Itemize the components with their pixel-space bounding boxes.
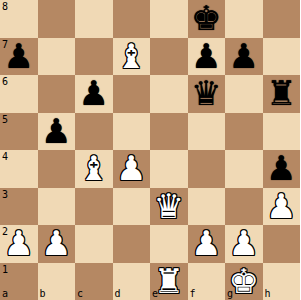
- square-g4[interactable]: [225, 150, 263, 188]
- square-d7[interactable]: ♝: [113, 38, 151, 76]
- square-b2[interactable]: ♟: [38, 225, 76, 263]
- square-d3[interactable]: [113, 188, 151, 226]
- square-b6[interactable]: [38, 75, 76, 113]
- square-g5[interactable]: [225, 113, 263, 151]
- square-c7[interactable]: [75, 38, 113, 76]
- rank-label-4: 4: [2, 152, 8, 162]
- square-d2[interactable]: [113, 225, 151, 263]
- file-label-g: g: [227, 289, 233, 299]
- file-label-d: d: [115, 289, 121, 299]
- rank-label-5: 5: [2, 115, 8, 125]
- file-label-f: f: [190, 289, 196, 299]
- square-b5[interactable]: ♟: [38, 113, 76, 151]
- file-label-a: a: [2, 289, 8, 299]
- square-a4[interactable]: 4: [0, 150, 38, 188]
- square-e3[interactable]: ♛: [150, 188, 188, 226]
- square-a2[interactable]: ♟2: [0, 225, 38, 263]
- square-a6[interactable]: 6: [0, 75, 38, 113]
- rank-label-8: 8: [2, 2, 8, 12]
- piece-black-pawn[interactable]: ♟: [266, 150, 296, 188]
- piece-black-pawn[interactable]: ♟: [79, 75, 109, 113]
- piece-white-pawn[interactable]: ♟: [191, 225, 221, 263]
- square-a1[interactable]: 1a: [0, 263, 38, 300]
- square-d4[interactable]: ♟: [113, 150, 151, 188]
- piece-white-pawn[interactable]: ♟: [266, 188, 296, 226]
- square-g2[interactable]: ♟: [225, 225, 263, 263]
- chess-board: 8♚♟7♝♟♟6♟♛♜5♟4♝♟♟3♛♟♟2♟♟♟1abcd♜ef♚gh: [0, 0, 300, 300]
- square-h7[interactable]: [263, 38, 301, 76]
- file-label-e: e: [152, 289, 158, 299]
- piece-black-pawn[interactable]: ♟: [41, 113, 71, 151]
- piece-white-pawn[interactable]: ♟: [4, 225, 34, 263]
- piece-black-rook[interactable]: ♜: [266, 75, 296, 113]
- square-a8[interactable]: 8: [0, 0, 38, 38]
- square-h8[interactable]: [263, 0, 301, 38]
- square-h5[interactable]: [263, 113, 301, 151]
- square-h6[interactable]: ♜: [263, 75, 301, 113]
- square-c2[interactable]: [75, 225, 113, 263]
- piece-black-king[interactable]: ♚: [191, 0, 221, 38]
- square-f5[interactable]: [188, 113, 226, 151]
- square-f3[interactable]: [188, 188, 226, 226]
- square-c5[interactable]: [75, 113, 113, 151]
- square-h2[interactable]: [263, 225, 301, 263]
- square-b8[interactable]: [38, 0, 76, 38]
- square-g8[interactable]: [225, 0, 263, 38]
- square-g7[interactable]: ♟: [225, 38, 263, 76]
- square-b1[interactable]: b: [38, 263, 76, 300]
- square-f1[interactable]: f: [188, 263, 226, 300]
- square-a7[interactable]: ♟7: [0, 38, 38, 76]
- square-c3[interactable]: [75, 188, 113, 226]
- piece-black-pawn[interactable]: ♟: [4, 38, 34, 76]
- piece-white-king[interactable]: ♚: [229, 263, 259, 300]
- square-f8[interactable]: ♚: [188, 0, 226, 38]
- rank-label-7: 7: [2, 40, 8, 50]
- square-e5[interactable]: [150, 113, 188, 151]
- square-d1[interactable]: d: [113, 263, 151, 300]
- square-d5[interactable]: [113, 113, 151, 151]
- square-g3[interactable]: [225, 188, 263, 226]
- square-c1[interactable]: c: [75, 263, 113, 300]
- rank-label-3: 3: [2, 190, 8, 200]
- piece-white-pawn[interactable]: ♟: [229, 225, 259, 263]
- square-f4[interactable]: [188, 150, 226, 188]
- square-b7[interactable]: [38, 38, 76, 76]
- square-f2[interactable]: ♟: [188, 225, 226, 263]
- square-f7[interactable]: ♟: [188, 38, 226, 76]
- square-e2[interactable]: [150, 225, 188, 263]
- piece-white-pawn[interactable]: ♟: [41, 225, 71, 263]
- file-label-c: c: [77, 289, 83, 299]
- piece-white-queen[interactable]: ♛: [154, 188, 184, 226]
- square-c8[interactable]: [75, 0, 113, 38]
- square-e1[interactable]: ♜e: [150, 263, 188, 300]
- square-e6[interactable]: [150, 75, 188, 113]
- file-label-b: b: [40, 289, 46, 299]
- square-b3[interactable]: [38, 188, 76, 226]
- square-d6[interactable]: [113, 75, 151, 113]
- square-a3[interactable]: 3: [0, 188, 38, 226]
- square-c6[interactable]: ♟: [75, 75, 113, 113]
- file-label-h: h: [265, 289, 271, 299]
- piece-black-pawn[interactable]: ♟: [191, 38, 221, 76]
- square-h1[interactable]: h: [263, 263, 301, 300]
- piece-black-pawn[interactable]: ♟: [229, 38, 259, 76]
- square-a5[interactable]: 5: [0, 113, 38, 151]
- piece-white-pawn[interactable]: ♟: [116, 150, 146, 188]
- rank-label-2: 2: [2, 227, 8, 237]
- square-d8[interactable]: [113, 0, 151, 38]
- square-e8[interactable]: [150, 0, 188, 38]
- piece-black-queen[interactable]: ♛: [191, 75, 221, 113]
- rank-label-1: 1: [2, 265, 8, 275]
- square-e7[interactable]: [150, 38, 188, 76]
- square-h4[interactable]: ♟: [263, 150, 301, 188]
- square-f6[interactable]: ♛: [188, 75, 226, 113]
- square-e4[interactable]: [150, 150, 188, 188]
- rank-label-6: 6: [2, 77, 8, 87]
- square-g1[interactable]: ♚g: [225, 263, 263, 300]
- square-g6[interactable]: [225, 75, 263, 113]
- piece-white-bishop[interactable]: ♝: [79, 150, 109, 188]
- square-b4[interactable]: [38, 150, 76, 188]
- piece-white-rook[interactable]: ♜: [154, 263, 184, 300]
- square-c4[interactable]: ♝: [75, 150, 113, 188]
- square-h3[interactable]: ♟: [263, 188, 301, 226]
- piece-white-bishop[interactable]: ♝: [116, 38, 146, 76]
